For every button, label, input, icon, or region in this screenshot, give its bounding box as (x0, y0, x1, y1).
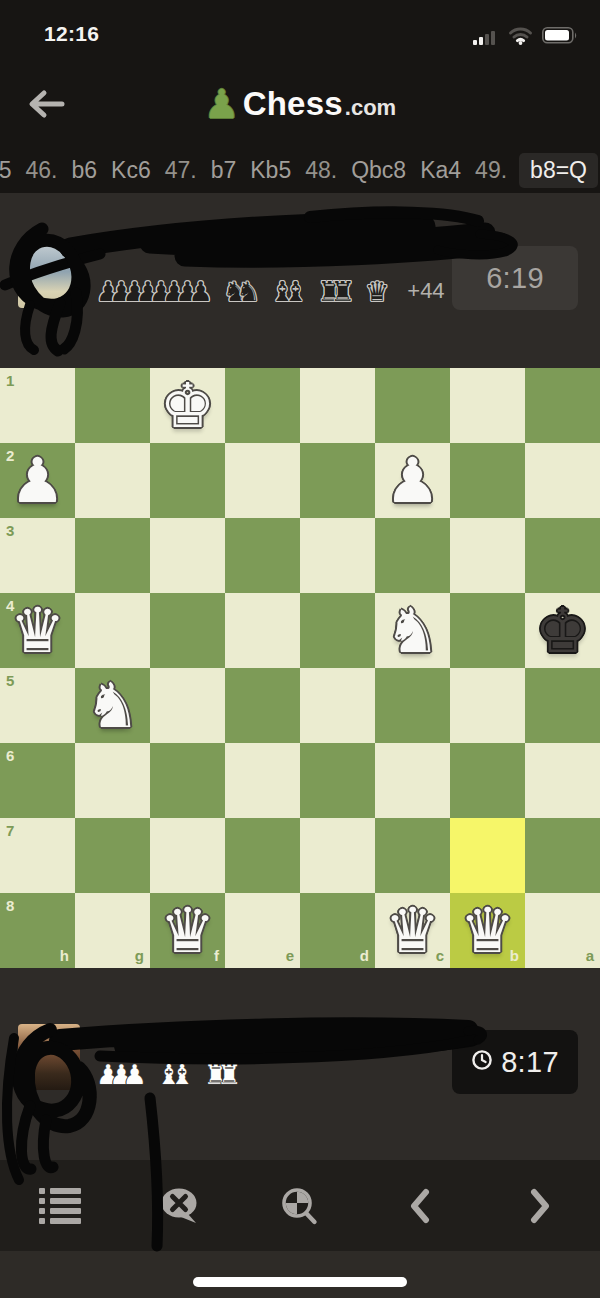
app-header: ♟ Chess .com (0, 60, 600, 148)
cellular-signal-icon (473, 27, 499, 49)
chat-disabled-button[interactable] (152, 1180, 208, 1232)
file-label-h: h (60, 948, 69, 963)
bottom-safe-area (0, 1251, 600, 1298)
captured-white-P: ♟ (122, 1060, 146, 1090)
piece-wP-c2: ♟ (385, 443, 441, 518)
move-token[interactable]: b6 (71, 157, 97, 184)
move-token[interactable]: Kc6 (111, 157, 151, 184)
square-g2[interactable] (75, 443, 150, 518)
chess-board: 1♚2♟♟34♛♞♚5♞678hgf♛edc♛b♛a (0, 368, 600, 968)
move-token[interactable]: Qbc8 (351, 157, 406, 184)
piece-wQ-f8: ♛ (160, 893, 216, 968)
move-number: 47. (165, 157, 197, 184)
file-label-e: e (286, 948, 294, 963)
square-c8[interactable]: c♛ (375, 893, 450, 968)
captured-pieces-bottom: ♟♟♟♝♝♜♜ (96, 1060, 252, 1090)
square-a6[interactable] (525, 743, 600, 818)
captured-group-black-B: ♝♝ (270, 277, 307, 307)
analysis-button[interactable] (274, 1180, 326, 1232)
square-a8[interactable]: a (525, 893, 600, 968)
square-h7[interactable]: 7 (0, 818, 75, 893)
current-move[interactable]: b8=Q (519, 153, 598, 188)
captured-black-B: ♝ (283, 277, 307, 307)
magnifier-analysis-icon (280, 1214, 320, 1229)
rank-label-5: 5 (6, 673, 14, 688)
square-c7[interactable] (375, 818, 450, 893)
logo-text-main: Chess (243, 85, 343, 123)
avatar-bottom-player[interactable] (18, 1024, 80, 1090)
captured-black-P: ♟ (189, 277, 213, 307)
move-number: 46. (25, 157, 57, 184)
captured-black-Q: ♛ (365, 277, 389, 307)
home-indicator[interactable] (193, 1277, 407, 1287)
square-h4[interactable]: 4♛ (0, 593, 75, 668)
square-f6[interactable] (150, 743, 225, 818)
captured-group-black-Q: ♛ (365, 277, 389, 307)
chess-app-screen: 12:16 ♟ Chess .com Kd546.b6Kc647.b7Kb548… (0, 0, 600, 1298)
square-d3[interactable] (300, 518, 375, 593)
game-toolbar (0, 1160, 600, 1251)
clock-bottom-player: 8:17 (452, 1030, 578, 1094)
square-a2[interactable] (525, 443, 600, 518)
piece-wQ-h4: ♛ (10, 593, 66, 668)
square-d6[interactable] (300, 743, 375, 818)
square-g3[interactable] (75, 518, 150, 593)
rank-label-4: 4 (6, 598, 14, 613)
square-b2[interactable] (450, 443, 525, 518)
captured-black-R: ♜ (331, 277, 355, 307)
square-f3[interactable] (150, 518, 225, 593)
piece-wN-g5: ♞ (85, 668, 141, 743)
square-g5[interactable]: ♞ (75, 668, 150, 743)
square-h1[interactable]: 1 (0, 368, 75, 443)
square-h8[interactable]: 8h (0, 893, 75, 968)
square-c1[interactable] (375, 368, 450, 443)
clock-bottom-time: 8:17 (501, 1046, 559, 1079)
move-token[interactable]: b7 (211, 157, 237, 184)
square-g8[interactable]: g (75, 893, 150, 968)
square-f7[interactable] (150, 818, 225, 893)
square-f2[interactable] (150, 443, 225, 518)
square-c3[interactable] (375, 518, 450, 593)
square-f8[interactable]: f♛ (150, 893, 225, 968)
captured-group-white-P: ♟♟♟ (96, 1060, 147, 1090)
move-token[interactable]: Ka4 (420, 157, 461, 184)
file-label-c: c (436, 948, 444, 963)
avatar-top-player[interactable] (18, 242, 80, 308)
square-e1[interactable] (225, 368, 300, 443)
square-b4[interactable] (450, 593, 525, 668)
square-b7[interactable] (450, 818, 525, 893)
move-number: 49. (475, 157, 507, 184)
material-advantage: +44 (407, 278, 444, 307)
next-move-button[interactable] (522, 1182, 558, 1230)
square-f1[interactable]: ♚ (150, 368, 225, 443)
captured-pieces-top: ♟♟♟♟♟♟♟♟♞♞♝♝♜♜♛+44 (96, 277, 445, 307)
piece-wP-h2: ♟ (10, 443, 66, 518)
square-h6[interactable]: 6 (0, 743, 75, 818)
logo-text-tld: .com (345, 95, 396, 121)
move-token[interactable]: Kb5 (250, 157, 291, 184)
battery-icon (542, 27, 578, 48)
square-b6[interactable] (450, 743, 525, 818)
square-d1[interactable] (300, 368, 375, 443)
square-f5[interactable] (150, 668, 225, 743)
captured-white-R: ♜ (217, 1060, 241, 1090)
square-e2[interactable] (225, 443, 300, 518)
square-a4[interactable]: ♚ (525, 593, 600, 668)
square-c6[interactable] (375, 743, 450, 818)
rank-label-6: 6 (6, 748, 14, 763)
captured-group-white-B: ♝♝ (157, 1060, 194, 1090)
square-e8[interactable]: e (225, 893, 300, 968)
square-e4[interactable] (225, 593, 300, 668)
piece-wQ-c8: ♛ (385, 893, 441, 968)
square-e5[interactable] (225, 668, 300, 743)
file-label-g: g (135, 948, 144, 963)
file-label-f: f (214, 948, 219, 963)
clock-running-icon (471, 1049, 493, 1075)
square-f4[interactable] (150, 593, 225, 668)
clock-top-player: 6:19 (452, 246, 578, 310)
square-d2[interactable] (300, 443, 375, 518)
captured-group-white-R: ♜♜ (204, 1060, 241, 1090)
square-c2[interactable]: ♟ (375, 443, 450, 518)
piece-wN-c4: ♞ (385, 593, 441, 668)
file-label-a: a (586, 948, 594, 963)
captured-group-black-R: ♜♜ (318, 277, 355, 307)
move-list-button[interactable] (33, 1180, 87, 1232)
move-number: 48. (305, 157, 337, 184)
file-label-b: b (510, 948, 519, 963)
previous-move-button[interactable] (402, 1182, 438, 1230)
square-g6[interactable] (75, 743, 150, 818)
square-g7[interactable] (75, 818, 150, 893)
square-d7[interactable] (300, 818, 375, 893)
square-e7[interactable] (225, 818, 300, 893)
square-a5[interactable] (525, 668, 600, 743)
status-bar: 12:16 (0, 0, 600, 60)
captured-white-B: ♝ (170, 1060, 194, 1090)
square-c5[interactable] (375, 668, 450, 743)
square-b5[interactable] (450, 668, 525, 743)
rank-label-2: 2 (6, 448, 14, 463)
captured-black-N: ♞ (236, 277, 260, 307)
square-a7[interactable] (525, 818, 600, 893)
square-b3[interactable] (450, 518, 525, 593)
square-e3[interactable] (225, 518, 300, 593)
rank-label-8: 8 (6, 898, 14, 913)
player-card-bottom: ♟♟♟♝♝♜♜ 8:17 (0, 968, 600, 1160)
rank-label-3: 3 (6, 523, 14, 538)
speech-bubble-x-icon (158, 1214, 202, 1229)
rank-label-1: 1 (6, 373, 14, 388)
square-c4[interactable]: ♞ (375, 593, 450, 668)
chevron-left-icon (408, 1212, 432, 1227)
green-pawn-logo-icon: ♟ (204, 84, 240, 124)
piece-bK-a4: ♚ (535, 593, 591, 668)
piece-wK-f1: ♚ (160, 368, 216, 443)
square-a1[interactable] (525, 368, 600, 443)
piece-wQ-b8: ♛ (460, 893, 516, 968)
status-icons (473, 26, 578, 49)
bulleted-list-icon (39, 1214, 81, 1229)
rank-label-7: 7 (6, 823, 14, 838)
square-h5[interactable]: 5 (0, 668, 75, 743)
chevron-right-icon (528, 1212, 552, 1227)
wifi-icon (508, 26, 533, 49)
square-g4[interactable] (75, 593, 150, 668)
captured-group-black-P: ♟♟♟♟♟♟♟♟ (96, 277, 213, 307)
square-d8[interactable]: d (300, 893, 375, 968)
square-d5[interactable] (300, 668, 375, 743)
chesscom-logo: ♟ Chess .com (0, 60, 600, 148)
clock-top-time: 6:19 (486, 262, 544, 295)
square-a3[interactable] (525, 518, 600, 593)
square-h2[interactable]: 2♟ (0, 443, 75, 518)
status-time: 12:16 (44, 22, 99, 46)
player-card-top: ♟♟♟♟♟♟♟♟♞♞♝♝♜♜♛+44 6:19 (0, 193, 600, 368)
square-b1[interactable] (450, 368, 525, 443)
square-e6[interactable] (225, 743, 300, 818)
captured-group-black-N: ♞♞ (223, 277, 260, 307)
square-h3[interactable]: 3 (0, 518, 75, 593)
file-label-d: d (360, 948, 369, 963)
square-d4[interactable] (300, 593, 375, 668)
square-b8[interactable]: b♛ (450, 893, 525, 968)
square-g1[interactable] (75, 368, 150, 443)
move-list-strip: Kd546.b6Kc647.b7Kb548.Qbc8Ka449.b8=Q (0, 148, 600, 193)
move-token[interactable]: Kd5 (0, 157, 11, 184)
